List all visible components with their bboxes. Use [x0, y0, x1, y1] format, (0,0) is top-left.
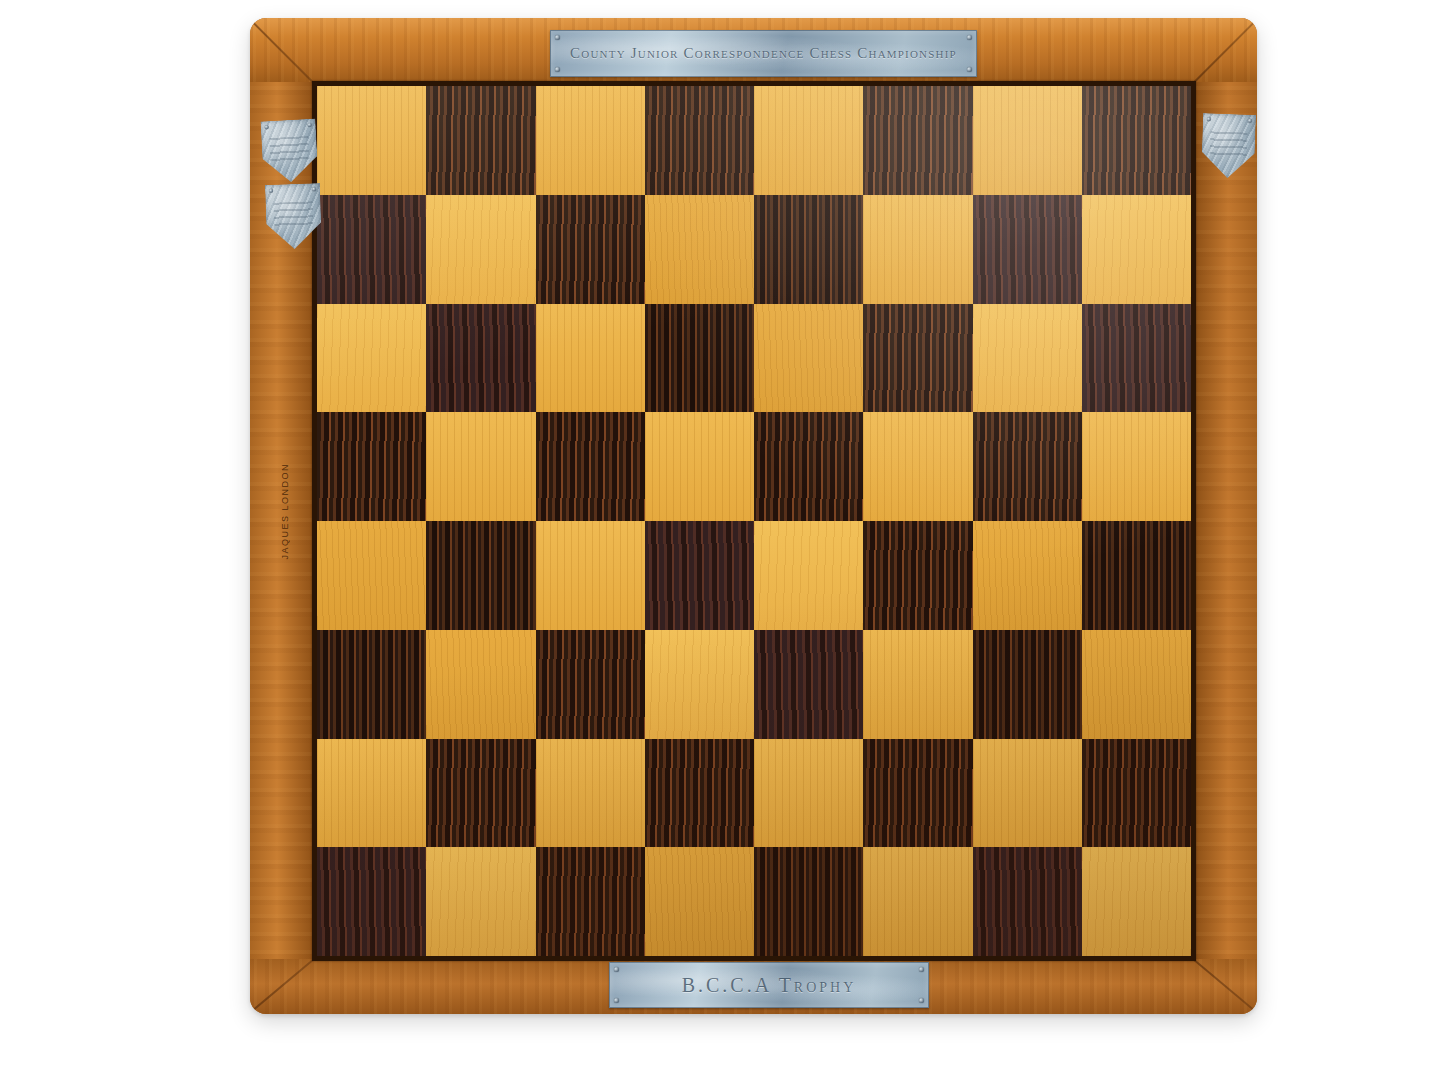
screw-icon — [555, 35, 560, 40]
square-g8 — [973, 86, 1082, 195]
square-h4 — [1082, 521, 1191, 630]
square-c8 — [536, 86, 645, 195]
square-a8 — [317, 86, 426, 195]
maker-stamp: JAQUES LONDON — [272, 455, 298, 567]
square-f8 — [863, 86, 972, 195]
screw-icon — [312, 187, 316, 191]
square-d5 — [645, 412, 754, 521]
square-f2 — [863, 739, 972, 848]
square-b5 — [426, 412, 535, 521]
screw-icon — [967, 67, 972, 72]
square-g4 — [973, 521, 1082, 630]
square-g2 — [973, 739, 1082, 848]
square-c2 — [536, 739, 645, 848]
board-well — [312, 81, 1196, 961]
badge-engraving-marks — [1210, 131, 1248, 158]
screw-icon — [614, 998, 619, 1003]
square-e1 — [754, 847, 863, 956]
badge-engraving-marks — [270, 136, 310, 163]
square-e2 — [754, 739, 863, 848]
screw-icon — [919, 998, 924, 1003]
top-plaque-text: County Junior Correspondence Chess Champ… — [570, 45, 957, 62]
square-c3 — [536, 630, 645, 739]
square-c4 — [536, 521, 645, 630]
square-h2 — [1082, 739, 1191, 848]
square-e6 — [754, 304, 863, 413]
square-a1 — [317, 847, 426, 956]
bottom-plaque-text: B.C.C.A Trophy — [682, 974, 857, 997]
square-d6 — [645, 304, 754, 413]
square-d2 — [645, 739, 754, 848]
square-h1 — [1082, 847, 1191, 956]
square-f7 — [863, 195, 972, 304]
chess-board — [317, 86, 1191, 956]
square-f5 — [863, 412, 972, 521]
square-g6 — [973, 304, 1082, 413]
top-engraved-plaque: County Junior Correspondence Chess Champ… — [550, 30, 977, 77]
frame-right-rail — [1193, 82, 1257, 959]
screw-icon — [1248, 119, 1252, 123]
square-b4 — [426, 521, 535, 630]
chessboard-photo: County Junior Correspondence Chess Champ… — [0, 0, 1445, 1084]
square-d4 — [645, 521, 754, 630]
square-a3 — [317, 630, 426, 739]
square-a2 — [317, 739, 426, 848]
square-a6 — [317, 304, 426, 413]
square-h8 — [1082, 86, 1191, 195]
square-h6 — [1082, 304, 1191, 413]
square-d8 — [645, 86, 754, 195]
square-d3 — [645, 630, 754, 739]
square-b3 — [426, 630, 535, 739]
square-a5 — [317, 412, 426, 521]
screw-icon — [555, 67, 560, 72]
square-d7 — [645, 195, 754, 304]
square-h7 — [1082, 195, 1191, 304]
square-a7 — [317, 195, 426, 304]
square-b6 — [426, 304, 535, 413]
square-f6 — [863, 304, 972, 413]
square-h3 — [1082, 630, 1191, 739]
screw-icon — [269, 189, 273, 193]
square-g1 — [973, 847, 1082, 956]
square-f4 — [863, 521, 972, 630]
square-e8 — [754, 86, 863, 195]
square-f3 — [863, 630, 972, 739]
square-b1 — [426, 847, 535, 956]
square-b2 — [426, 739, 535, 848]
screw-icon — [919, 967, 924, 972]
screw-icon — [308, 123, 312, 127]
square-g7 — [973, 195, 1082, 304]
square-f1 — [863, 847, 972, 956]
screw-icon — [967, 35, 972, 40]
square-e4 — [754, 521, 863, 630]
square-c1 — [536, 847, 645, 956]
square-g3 — [973, 630, 1082, 739]
maker-stamp-text: JAQUES LONDON — [280, 463, 290, 560]
bottom-engraved-plaque: B.C.C.A Trophy — [609, 962, 929, 1008]
square-h5 — [1082, 412, 1191, 521]
square-g5 — [973, 412, 1082, 521]
square-b8 — [426, 86, 535, 195]
badge-engraving-marks — [274, 202, 313, 229]
square-c7 — [536, 195, 645, 304]
square-a4 — [317, 521, 426, 630]
screw-icon — [614, 967, 619, 972]
square-c5 — [536, 412, 645, 521]
square-e3 — [754, 630, 863, 739]
square-b7 — [426, 195, 535, 304]
screw-icon — [1207, 117, 1211, 121]
square-c6 — [536, 304, 645, 413]
screw-icon — [265, 125, 269, 129]
square-d1 — [645, 847, 754, 956]
square-e5 — [754, 412, 863, 521]
square-e7 — [754, 195, 863, 304]
